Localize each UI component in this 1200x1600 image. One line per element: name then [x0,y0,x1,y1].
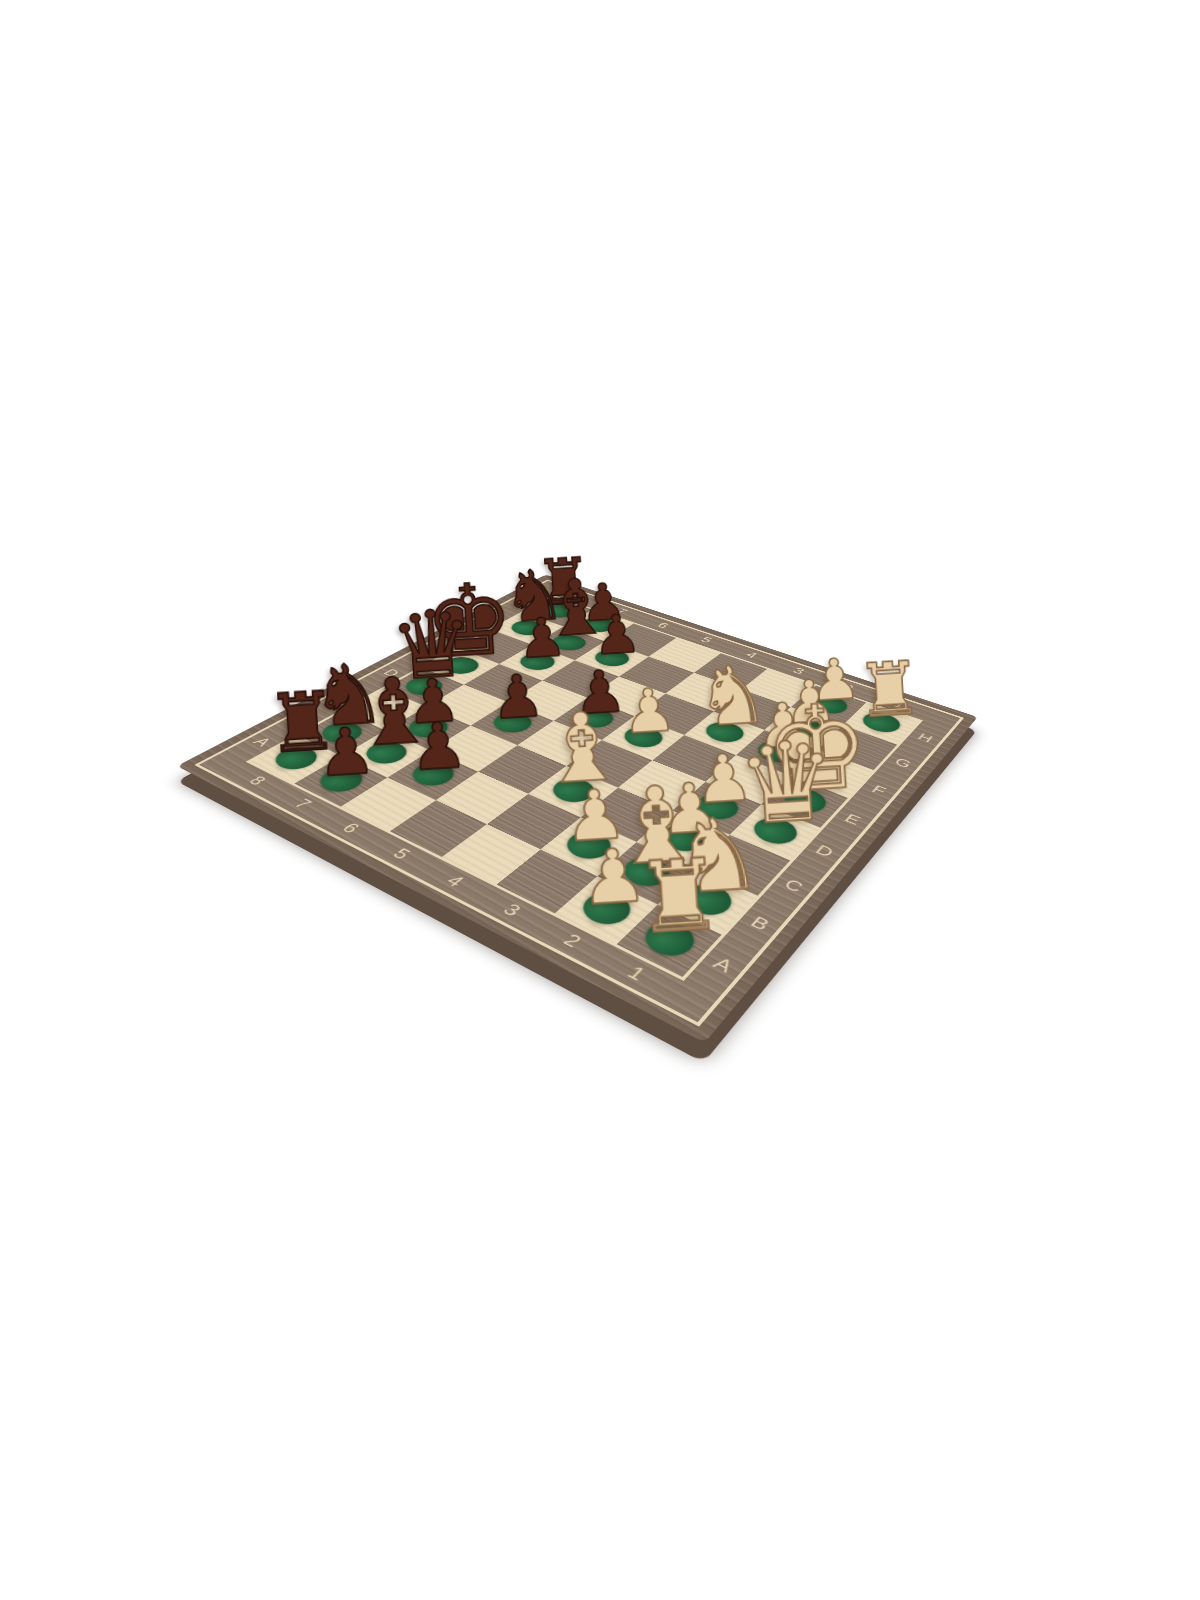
rank-label-left-4: 4 [432,868,477,896]
product-photo: ♜♞♛♚♞♜♟♝♟♟♝♟♟♟♟♟♝♟♟♞♟♝♟♟♟♟♟♜♞♛♚♜ AA88BB7… [0,0,1200,1600]
board-scene: ♜♞♛♚♞♜♟♝♟♟♝♟♟♟♟♟♝♟♟♞♟♝♟♟♟♟♟♜♞♛♚♜ AA88BB7… [298,436,906,1044]
file-label-near-h: H [908,729,941,748]
rank-label-left-6: 6 [329,816,372,841]
pawn-icon: ♟ [258,714,434,789]
chessboard: ♜♞♛♚♞♜♟♝♟♟♝♟♟♟♟♟♝♟♟♞♟♝♟♟♟♟♟♜♞♛♚♜ AA88BB7… [177,574,978,1042]
rook-icon: ♜ [574,842,784,952]
file-label-near-a: A [700,949,746,982]
